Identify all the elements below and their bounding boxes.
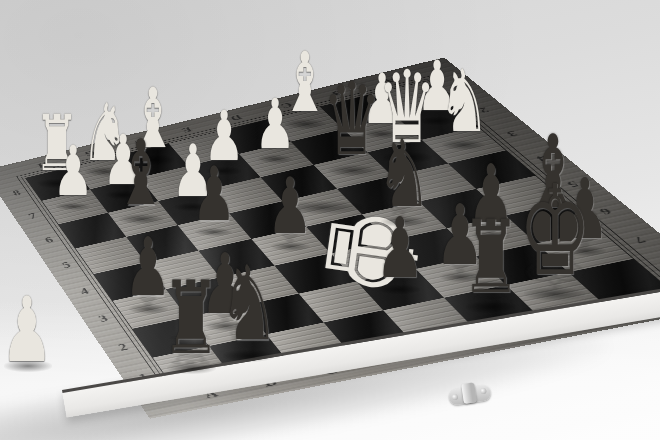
black-queen-f6[interactable]: ♛ [323,70,382,170]
black-pawn-d4[interactable]: ♟ [268,168,314,246]
white-pawn-e7[interactable]: ♟ [255,90,296,159]
black-pawn-e2[interactable]: ♟ [375,206,424,290]
black-pawn-c5[interactable]: ♟ [192,157,236,232]
black-king-g1[interactable]: ♚ [518,169,591,294]
black-rook-a1[interactable]: ♜ [162,267,221,368]
offboard-white-pawn[interactable]: ♟ [0,284,53,374]
white-knight-h6[interactable]: ♞ [438,58,489,144]
white-pawn-a7[interactable]: ♟ [53,137,94,206]
latch-knob-icon[interactable] [461,382,477,404]
black-knight-b1[interactable]: ♞ [218,253,279,356]
black-bishop-b6[interactable]: ♝ [115,129,168,219]
scene: HGFEDCBA ABCDEFGH 87654321 12345678 ♜♞♝♝… [0,0,660,440]
black-rook-f1[interactable]: ♜ [461,206,520,307]
